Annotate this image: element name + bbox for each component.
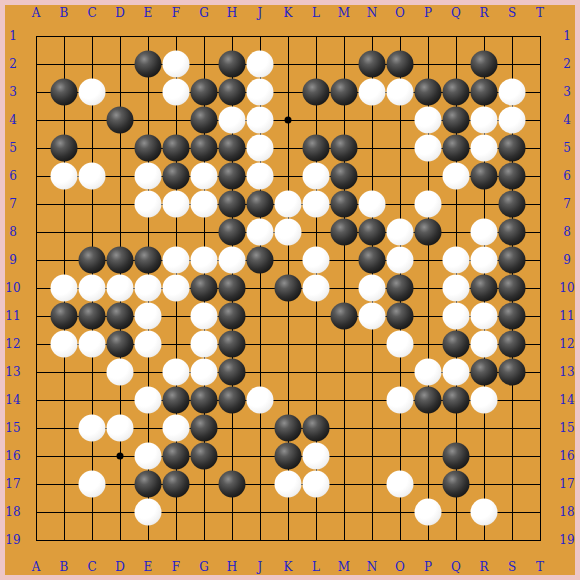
row-label-right-7: 7 — [563, 198, 571, 210]
row-label-right-1: 1 — [563, 30, 571, 42]
stone-black-H11 — [219, 303, 246, 330]
stone-black-B3 — [51, 79, 78, 106]
row-label-left-14: 14 — [5, 394, 20, 406]
row-label-left-18: 18 — [5, 506, 20, 518]
stone-black-Q3 — [443, 79, 470, 106]
stone-white-R9 — [471, 247, 498, 274]
stone-white-P5 — [415, 135, 442, 162]
stone-black-D12 — [107, 331, 134, 358]
stone-black-S11 — [499, 303, 526, 330]
col-label-bottom-Q: Q — [451, 561, 461, 573]
col-label-bottom-P: P — [424, 561, 432, 573]
col-label-top-F: F — [172, 7, 180, 19]
stone-black-O2 — [387, 51, 414, 78]
row-label-right-18: 18 — [559, 506, 574, 518]
stone-white-C3 — [79, 79, 106, 106]
row-label-right-5: 5 — [563, 142, 571, 154]
stone-white-R14 — [471, 387, 498, 414]
stone-white-N10 — [359, 275, 386, 302]
col-label-bottom-F: F — [172, 561, 180, 573]
stone-white-O14 — [387, 387, 414, 414]
stone-black-L15 — [303, 415, 330, 442]
stone-white-F7 — [163, 191, 190, 218]
stone-white-B10 — [51, 275, 78, 302]
stone-black-G4 — [191, 107, 218, 134]
stone-black-R13 — [471, 359, 498, 386]
stone-black-G14 — [191, 387, 218, 414]
col-label-bottom-S: S — [508, 561, 516, 573]
row-label-left-4: 4 — [9, 114, 17, 126]
row-label-right-3: 3 — [563, 86, 571, 98]
stone-black-Q14 — [443, 387, 470, 414]
row-label-left-7: 7 — [9, 198, 17, 210]
col-label-top-K: K — [284, 7, 293, 19]
stone-black-J7 — [247, 191, 274, 218]
stone-white-C6 — [79, 163, 106, 190]
row-label-right-13: 13 — [559, 366, 574, 378]
stone-black-S9 — [499, 247, 526, 274]
stone-white-N7 — [359, 191, 386, 218]
stone-white-Q13 — [443, 359, 470, 386]
col-label-top-N: N — [367, 7, 378, 19]
row-label-left-10: 10 — [5, 282, 20, 294]
stone-black-K15 — [275, 415, 302, 442]
stone-black-F17 — [163, 471, 190, 498]
stone-white-E14 — [135, 387, 162, 414]
row-label-left-13: 13 — [5, 366, 20, 378]
stone-black-S8 — [499, 219, 526, 246]
stone-black-S5 — [499, 135, 526, 162]
stone-white-P18 — [415, 499, 442, 526]
row-label-left-19: 19 — [5, 534, 20, 546]
stone-black-C9 — [79, 247, 106, 274]
stone-white-K8 — [275, 219, 302, 246]
col-label-top-M: M — [338, 7, 350, 19]
stone-black-R6 — [471, 163, 498, 190]
col-label-bottom-G: G — [199, 561, 209, 573]
row-label-left-2: 2 — [9, 58, 17, 70]
col-label-bottom-L: L — [312, 561, 320, 573]
col-label-bottom-O: O — [395, 561, 405, 573]
col-label-top-G: G — [199, 7, 209, 19]
col-label-bottom-C: C — [87, 561, 96, 573]
stone-white-L6 — [303, 163, 330, 190]
stone-black-K16 — [275, 443, 302, 470]
stone-black-C11 — [79, 303, 106, 330]
stone-white-F13 — [163, 359, 190, 386]
col-label-bottom-R: R — [479, 561, 488, 573]
row-label-left-9: 9 — [9, 254, 17, 266]
stone-white-H4 — [219, 107, 246, 134]
col-label-top-D: D — [115, 7, 125, 19]
row-label-right-4: 4 — [563, 114, 571, 126]
stone-white-K7 — [275, 191, 302, 218]
stone-white-C15 — [79, 415, 106, 442]
stone-black-S7 — [499, 191, 526, 218]
stone-black-H7 — [219, 191, 246, 218]
stone-black-B11 — [51, 303, 78, 330]
stone-black-S6 — [499, 163, 526, 190]
stone-black-F5 — [163, 135, 190, 162]
stone-black-H8 — [219, 219, 246, 246]
stone-black-M5 — [331, 135, 358, 162]
col-label-bottom-B: B — [60, 561, 69, 573]
stone-white-B6 — [51, 163, 78, 190]
stone-white-L17 — [303, 471, 330, 498]
stone-black-M3 — [331, 79, 358, 106]
col-label-bottom-E: E — [144, 561, 153, 573]
stone-black-E17 — [135, 471, 162, 498]
stone-white-G7 — [191, 191, 218, 218]
stone-black-S10 — [499, 275, 526, 302]
col-label-top-Q: Q — [451, 7, 461, 19]
stone-white-G11 — [191, 303, 218, 330]
stone-black-R3 — [471, 79, 498, 106]
stone-black-F14 — [163, 387, 190, 414]
stone-white-D15 — [107, 415, 134, 442]
stone-white-Q6 — [443, 163, 470, 190]
stone-black-R10 — [471, 275, 498, 302]
stone-black-G10 — [191, 275, 218, 302]
row-label-right-6: 6 — [563, 170, 571, 182]
col-label-bottom-A: A — [32, 561, 41, 573]
stone-black-P14 — [415, 387, 442, 414]
stone-black-D11 — [107, 303, 134, 330]
stone-white-B12 — [51, 331, 78, 358]
stone-white-O3 — [387, 79, 414, 106]
stone-white-G13 — [191, 359, 218, 386]
col-label-top-E: E — [144, 7, 153, 19]
row-label-left-15: 15 — [5, 422, 20, 434]
col-label-top-P: P — [424, 7, 432, 19]
stone-black-E9 — [135, 247, 162, 274]
stone-black-L5 — [303, 135, 330, 162]
star-point-D16 — [117, 453, 124, 460]
stone-white-R4 — [471, 107, 498, 134]
stone-black-F16 — [163, 443, 190, 470]
stone-black-K10 — [275, 275, 302, 302]
stone-white-E11 — [135, 303, 162, 330]
stone-black-G3 — [191, 79, 218, 106]
stone-black-J9 — [247, 247, 274, 274]
stone-black-S12 — [499, 331, 526, 358]
stone-black-H14 — [219, 387, 246, 414]
stone-white-R12 — [471, 331, 498, 358]
row-label-left-1: 1 — [9, 30, 17, 42]
row-label-right-9: 9 — [563, 254, 571, 266]
stone-white-D13 — [107, 359, 134, 386]
stone-white-Q9 — [443, 247, 470, 274]
stone-black-M8 — [331, 219, 358, 246]
row-label-right-17: 17 — [559, 478, 574, 490]
stone-black-H3 — [219, 79, 246, 106]
stone-black-P3 — [415, 79, 442, 106]
stone-white-L16 — [303, 443, 330, 470]
stone-black-D4 — [107, 107, 134, 134]
stone-white-E7 — [135, 191, 162, 218]
stone-white-F3 — [163, 79, 190, 106]
stone-white-J8 — [247, 219, 274, 246]
stone-white-G9 — [191, 247, 218, 274]
stone-white-S3 — [499, 79, 526, 106]
stone-black-H6 — [219, 163, 246, 190]
stone-white-C17 — [79, 471, 106, 498]
stone-white-F2 — [163, 51, 190, 78]
stone-white-F15 — [163, 415, 190, 442]
stone-white-R18 — [471, 499, 498, 526]
stone-white-O9 — [387, 247, 414, 274]
col-label-bottom-K: K — [284, 561, 293, 573]
stone-black-E2 — [135, 51, 162, 78]
stone-black-H5 — [219, 135, 246, 162]
stone-white-R5 — [471, 135, 498, 162]
stone-white-E18 — [135, 499, 162, 526]
stone-black-Q5 — [443, 135, 470, 162]
stone-white-J14 — [247, 387, 274, 414]
stone-white-E16 — [135, 443, 162, 470]
col-label-top-L: L — [312, 7, 320, 19]
go-board[interactable]: AABBCCDDEEFFGGHHJJKKLLMMNNOOPPQQRRSSTT11… — [0, 0, 580, 580]
stone-black-Q12 — [443, 331, 470, 358]
col-label-top-O: O — [395, 7, 405, 19]
stone-black-O11 — [387, 303, 414, 330]
stone-black-M7 — [331, 191, 358, 218]
stone-black-H17 — [219, 471, 246, 498]
col-label-bottom-T: T — [536, 561, 544, 573]
stone-black-H10 — [219, 275, 246, 302]
stone-black-E5 — [135, 135, 162, 162]
stone-white-O12 — [387, 331, 414, 358]
col-label-bottom-N: N — [367, 561, 378, 573]
stone-white-F9 — [163, 247, 190, 274]
stone-black-H2 — [219, 51, 246, 78]
stone-white-O8 — [387, 219, 414, 246]
col-label-bottom-M: M — [338, 561, 350, 573]
stone-black-O10 — [387, 275, 414, 302]
stone-white-R11 — [471, 303, 498, 330]
star-point-K4 — [285, 117, 292, 124]
stone-black-D9 — [107, 247, 134, 274]
stone-black-Q16 — [443, 443, 470, 470]
col-label-bottom-J: J — [258, 561, 263, 573]
stone-white-N11 — [359, 303, 386, 330]
stone-black-G16 — [191, 443, 218, 470]
stone-black-H13 — [219, 359, 246, 386]
stone-black-M6 — [331, 163, 358, 190]
col-label-bottom-D: D — [115, 561, 125, 573]
stone-white-P13 — [415, 359, 442, 386]
row-label-left-5: 5 — [9, 142, 17, 154]
stone-black-L3 — [303, 79, 330, 106]
stone-white-J6 — [247, 163, 274, 190]
stone-black-G15 — [191, 415, 218, 442]
row-label-right-11: 11 — [559, 310, 574, 322]
row-label-left-8: 8 — [9, 226, 17, 238]
stone-white-J4 — [247, 107, 274, 134]
stone-black-S13 — [499, 359, 526, 386]
row-label-right-19: 19 — [559, 534, 574, 546]
stone-white-G6 — [191, 163, 218, 190]
col-label-top-H: H — [227, 7, 237, 19]
row-label-right-12: 12 — [559, 338, 574, 350]
col-label-top-C: C — [87, 7, 96, 19]
stone-black-B5 — [51, 135, 78, 162]
stone-white-H9 — [219, 247, 246, 274]
row-label-left-3: 3 — [9, 86, 17, 98]
col-label-top-T: T — [536, 7, 544, 19]
col-label-bottom-H: H — [227, 561, 237, 573]
row-label-left-6: 6 — [9, 170, 17, 182]
stone-white-D10 — [107, 275, 134, 302]
col-label-top-R: R — [479, 7, 488, 19]
col-label-top-A: A — [32, 7, 41, 19]
stone-white-E12 — [135, 331, 162, 358]
stone-black-M11 — [331, 303, 358, 330]
stone-white-L10 — [303, 275, 330, 302]
row-label-right-10: 10 — [559, 282, 574, 294]
row-label-left-12: 12 — [5, 338, 20, 350]
stone-black-H12 — [219, 331, 246, 358]
stone-white-L9 — [303, 247, 330, 274]
col-label-top-J: J — [258, 7, 263, 19]
row-label-right-15: 15 — [559, 422, 574, 434]
stone-black-Q4 — [443, 107, 470, 134]
stone-black-G5 — [191, 135, 218, 162]
stone-white-K17 — [275, 471, 302, 498]
stone-white-S4 — [499, 107, 526, 134]
row-label-right-16: 16 — [559, 450, 574, 462]
stone-black-F6 — [163, 163, 190, 190]
stone-white-L7 — [303, 191, 330, 218]
stone-white-Q10 — [443, 275, 470, 302]
stone-white-C10 — [79, 275, 106, 302]
stone-white-O17 — [387, 471, 414, 498]
stone-white-R8 — [471, 219, 498, 246]
stone-white-E6 — [135, 163, 162, 190]
col-label-top-B: B — [60, 7, 69, 19]
stone-black-N8 — [359, 219, 386, 246]
stone-white-F10 — [163, 275, 190, 302]
stone-black-P8 — [415, 219, 442, 246]
stone-black-R2 — [471, 51, 498, 78]
row-label-right-14: 14 — [559, 394, 574, 406]
stone-white-Q11 — [443, 303, 470, 330]
stone-white-P7 — [415, 191, 442, 218]
row-label-left-11: 11 — [5, 310, 20, 322]
stone-white-J5 — [247, 135, 274, 162]
stone-white-J2 — [247, 51, 274, 78]
stone-black-N2 — [359, 51, 386, 78]
row-label-left-17: 17 — [5, 478, 20, 490]
stone-white-C12 — [79, 331, 106, 358]
stone-black-N9 — [359, 247, 386, 274]
stone-white-P4 — [415, 107, 442, 134]
row-label-right-8: 8 — [563, 226, 571, 238]
stone-white-J3 — [247, 79, 274, 106]
stone-black-Q17 — [443, 471, 470, 498]
row-label-left-16: 16 — [5, 450, 20, 462]
stone-white-G12 — [191, 331, 218, 358]
row-label-right-2: 2 — [563, 58, 571, 70]
col-label-top-S: S — [508, 7, 516, 19]
stone-white-E10 — [135, 275, 162, 302]
stone-white-N3 — [359, 79, 386, 106]
